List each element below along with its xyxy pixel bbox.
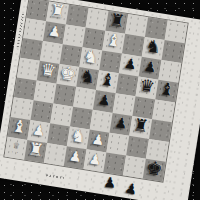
piece-black-queen-e7[interactable]: ♛ (138, 77, 156, 96)
piece-white-knight-f4[interactable]: ♞ (82, 48, 100, 67)
piece-white-pawn-b5[interactable]: ♟ (91, 132, 106, 148)
piece-white-pawn-a5[interactable]: ♟ (88, 151, 103, 167)
piece-white-king-e3[interactable]: ♚ (59, 64, 78, 84)
piece-black-pawn-c6[interactable]: ♟ (114, 115, 129, 131)
piece-black-pawn-f6[interactable]: ♟ (123, 56, 138, 72)
piece-black-pawn-d5[interactable]: ♟ (97, 92, 112, 108)
piece-white-rook-a2[interactable]: ♜ (27, 140, 45, 159)
bottom-margin-print (46, 174, 64, 179)
piece-white-queen-e2[interactable]: ♛ (40, 61, 58, 80)
piece-black-king-a8[interactable]: ♚ (145, 158, 164, 178)
piece-black-bishop-e8[interactable]: ♝ (158, 80, 176, 99)
piece-white-bishop-b1[interactable]: ♝ (10, 117, 28, 136)
piece-black-rook-c7[interactable]: ♜ (132, 116, 150, 135)
piece-black-pawn-f7[interactable]: ♟ (143, 59, 158, 75)
piece-black-bishop-e5[interactable]: ♝ (99, 70, 117, 89)
captured-black-pawn[interactable]: ♟ (123, 180, 139, 197)
square-a8[interactable]: ♚ (143, 159, 166, 182)
piece-white-bishop-g5[interactable]: ♝ (105, 31, 123, 50)
piece-black-rook-h5[interactable]: ♜ (108, 11, 126, 30)
vinyl-board: ♜♜♟♝♞♞♟♟♛♚♞♝♛♝♟♟♜♝♟♞♟♕· ·♜♟♟♚ ♟ ♟ (0, 0, 200, 200)
captured-black-pawn[interactable]: ♟ (103, 175, 117, 190)
piece-white-rook-h2[interactable]: ♜ (49, 2, 67, 21)
piece-white-pawn-a4[interactable]: ♟ (68, 148, 83, 164)
piece-black-knight-e4[interactable]: ♞ (79, 67, 97, 86)
piece-white-knight-b4[interactable]: ♞ (70, 127, 88, 146)
piece-white-pawn-b2[interactable]: ♟ (32, 122, 47, 138)
piece-black-knight-g7[interactable]: ♞ (145, 37, 163, 56)
piece-white-pawn-g2[interactable]: ♟ (47, 24, 62, 40)
chess-board[interactable]: ♜♜♟♝♞♞♟♟♛♚♞♝♛♝♟♟♜♝♟♞♟♕· ·♜♟♟♚ (4, 0, 187, 182)
